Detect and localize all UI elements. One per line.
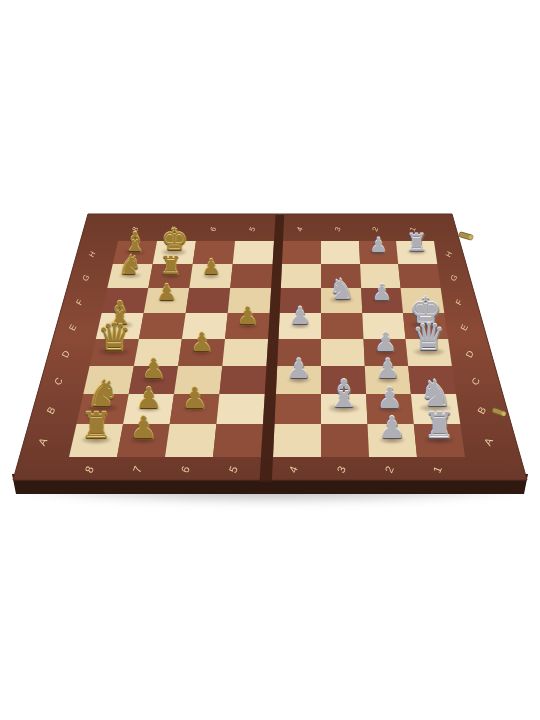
square-g4 [281,264,321,288]
square-b2 [366,394,414,424]
chess-board: AABBCCDDEEFFGGHH8877665544332211 [0,0,540,720]
square-a5 [213,424,263,457]
square-h7 [153,241,196,264]
square-f8 [102,288,149,313]
square-h5 [233,241,274,264]
square-f2 [361,288,403,313]
square-b6 [170,394,220,424]
square-c8 [83,366,134,394]
square-f7 [144,288,190,313]
square-g7 [148,264,192,288]
square-a7 [117,424,170,457]
square-e6 [182,313,228,339]
square-d8 [90,339,139,366]
square-c2 [365,366,411,394]
square-c1 [408,366,456,394]
square-a1 [414,424,465,457]
square-f4 [280,288,321,313]
square-b4 [275,394,322,424]
square-g3 [321,264,361,288]
square-d6 [178,339,225,366]
square-e4 [279,313,322,339]
square-c7 [129,366,178,394]
square-g1 [398,264,441,288]
square-b1 [411,394,460,424]
square-a8 [69,424,123,457]
square-d3 [321,339,365,366]
square-g2 [360,264,401,288]
square-b7 [123,394,174,424]
square-e5 [225,313,270,339]
square-d4 [277,339,321,366]
square-h6 [193,241,235,264]
square-e1 [403,313,448,339]
square-b3 [321,394,368,424]
square-b5 [216,394,264,424]
square-e3 [321,313,364,339]
square-h3 [321,241,360,264]
square-a4 [273,424,321,457]
product-photo: AABBCCDDEEFFGGHH8877665544332211 ♜♞♛♝♞♝♟… [0,0,540,720]
square-d1 [406,339,452,366]
square-b8 [77,394,129,424]
square-e8 [96,313,144,339]
square-h4 [282,241,321,264]
square-d7 [134,339,182,366]
square-c6 [174,366,222,394]
square-c5 [219,366,266,394]
square-f1 [401,288,445,313]
square-c3 [321,366,366,394]
square-d2 [364,339,409,366]
square-a3 [321,424,369,457]
clasp-icon [459,232,474,241]
square-f6 [186,288,231,313]
square-e2 [362,313,405,339]
square-g6 [189,264,232,288]
square-g8 [107,264,152,288]
square-a6 [165,424,216,457]
square-f5 [228,288,272,313]
square-c4 [276,366,321,394]
square-e7 [139,313,186,339]
square-f3 [321,288,362,313]
square-h2 [359,241,398,264]
square-h1 [396,241,437,264]
square-d5 [222,339,268,366]
square-h8 [113,241,157,264]
square-g5 [230,264,272,288]
square-a2 [368,424,418,457]
